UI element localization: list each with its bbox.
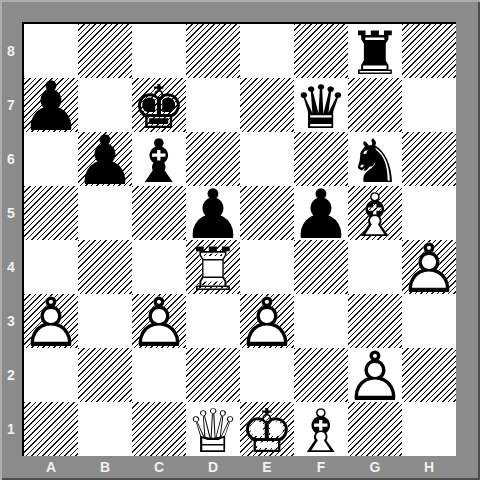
bishop-outline-glyph: ♗ bbox=[348, 188, 402, 242]
square-g5[interactable]: ♝♗ bbox=[348, 186, 402, 240]
bishop-fill-glyph: ♝ bbox=[294, 404, 348, 458]
square-b1[interactable] bbox=[78, 402, 132, 456]
square-e4[interactable] bbox=[240, 240, 294, 294]
pawn-fill-glyph: ♟ bbox=[402, 242, 456, 296]
pawn-outline-glyph: ♙ bbox=[402, 242, 456, 296]
king-outline-glyph: ♔ bbox=[240, 404, 294, 458]
square-c3[interactable]: ♟♙ bbox=[132, 294, 186, 348]
square-h1[interactable] bbox=[402, 402, 456, 456]
square-h7[interactable] bbox=[402, 78, 456, 132]
piece-white-queen[interactable]: ♛♕ bbox=[186, 402, 240, 456]
square-g7[interactable] bbox=[348, 78, 402, 132]
pawn-solid-glyph: ♟ bbox=[186, 188, 240, 242]
square-a1[interactable] bbox=[24, 402, 78, 456]
square-h2[interactable] bbox=[402, 348, 456, 402]
square-c5[interactable] bbox=[132, 186, 186, 240]
queen-outline-glyph: ♕ bbox=[186, 404, 240, 458]
square-c8[interactable] bbox=[132, 24, 186, 78]
square-d6[interactable] bbox=[186, 132, 240, 186]
pawn-solid-glyph: ♟ bbox=[78, 134, 132, 188]
pawn-outline-glyph: ♙ bbox=[132, 296, 186, 350]
square-h5[interactable] bbox=[402, 186, 456, 240]
file-labels: ABCDEFGH bbox=[24, 456, 456, 478]
square-g2[interactable]: ♟♙ bbox=[348, 348, 402, 402]
piece-white-bishop[interactable]: ♝♗ bbox=[294, 402, 348, 456]
square-h8[interactable] bbox=[402, 24, 456, 78]
pawn-fill-glyph: ♟ bbox=[132, 296, 186, 350]
square-f5[interactable]: ♟ bbox=[294, 186, 348, 240]
rank-label-7: 7 bbox=[0, 78, 22, 132]
pawn-fill-glyph: ♟ bbox=[24, 296, 78, 350]
piece-black-knight[interactable]: ♞ bbox=[348, 132, 402, 186]
king-solid-glyph: ♚ bbox=[132, 80, 186, 134]
chess-diagram-frame: 87654321 ABCDEFGH ♜♟♚♛♟♝♞♟♟♝♗♜♖♟♙♟♙♟♙♟♙♟… bbox=[0, 0, 480, 480]
piece-black-pawn[interactable]: ♟ bbox=[186, 186, 240, 240]
file-label-b: B bbox=[78, 456, 132, 478]
rank-label-8: 8 bbox=[0, 24, 22, 78]
square-g4[interactable] bbox=[348, 240, 402, 294]
square-d5[interactable]: ♟ bbox=[186, 186, 240, 240]
square-e7[interactable] bbox=[240, 78, 294, 132]
square-d7[interactable] bbox=[186, 78, 240, 132]
square-e1[interactable]: ♚♔ bbox=[240, 402, 294, 456]
file-label-e: E bbox=[240, 456, 294, 478]
pawn-solid-glyph: ♟ bbox=[294, 188, 348, 242]
pawn-fill-glyph: ♟ bbox=[240, 296, 294, 350]
square-a4[interactable] bbox=[24, 240, 78, 294]
square-a6[interactable] bbox=[24, 132, 78, 186]
square-d8[interactable] bbox=[186, 24, 240, 78]
piece-white-pawn[interactable]: ♟♙ bbox=[402, 240, 456, 294]
square-h4[interactable]: ♟♙ bbox=[402, 240, 456, 294]
file-label-g: G bbox=[348, 456, 402, 478]
square-c2[interactable] bbox=[132, 348, 186, 402]
square-h3[interactable] bbox=[402, 294, 456, 348]
piece-black-pawn[interactable]: ♟ bbox=[294, 186, 348, 240]
piece-white-bishop[interactable]: ♝♗ bbox=[348, 186, 402, 240]
square-f3[interactable] bbox=[294, 294, 348, 348]
file-label-f: F bbox=[294, 456, 348, 478]
square-c6[interactable]: ♝ bbox=[132, 132, 186, 186]
square-f7[interactable]: ♛ bbox=[294, 78, 348, 132]
piece-white-pawn[interactable]: ♟♙ bbox=[240, 294, 294, 348]
square-e6[interactable] bbox=[240, 132, 294, 186]
square-d1[interactable]: ♛♕ bbox=[186, 402, 240, 456]
bishop-solid-glyph: ♝ bbox=[132, 134, 186, 188]
piece-white-king[interactable]: ♚♔ bbox=[240, 402, 294, 456]
square-a8[interactable] bbox=[24, 24, 78, 78]
square-a7[interactable]: ♟ bbox=[24, 78, 78, 132]
piece-white-pawn[interactable]: ♟♙ bbox=[24, 294, 78, 348]
piece-white-pawn[interactable]: ♟♙ bbox=[348, 348, 402, 402]
rook-solid-glyph: ♜ bbox=[348, 26, 402, 80]
square-h6[interactable] bbox=[402, 132, 456, 186]
square-f2[interactable] bbox=[294, 348, 348, 402]
rook-fill-glyph: ♜ bbox=[186, 242, 240, 296]
piece-white-pawn[interactable]: ♟♙ bbox=[132, 294, 186, 348]
file-label-d: D bbox=[186, 456, 240, 478]
rank-label-4: 4 bbox=[0, 240, 22, 294]
square-g6[interactable]: ♞ bbox=[348, 132, 402, 186]
king-fill-glyph: ♚ bbox=[240, 404, 294, 458]
square-e2[interactable] bbox=[240, 348, 294, 402]
piece-black-king[interactable]: ♚ bbox=[132, 78, 186, 132]
square-b3[interactable] bbox=[78, 294, 132, 348]
square-c1[interactable] bbox=[132, 402, 186, 456]
piece-black-bishop[interactable]: ♝ bbox=[132, 132, 186, 186]
square-f8[interactable] bbox=[294, 24, 348, 78]
square-e8[interactable] bbox=[240, 24, 294, 78]
file-label-c: C bbox=[132, 456, 186, 478]
square-e5[interactable] bbox=[240, 186, 294, 240]
rank-label-6: 6 bbox=[0, 132, 22, 186]
pawn-outline-glyph: ♙ bbox=[24, 296, 78, 350]
square-g3[interactable] bbox=[348, 294, 402, 348]
piece-black-pawn[interactable]: ♟ bbox=[24, 78, 78, 132]
bishop-fill-glyph: ♝ bbox=[348, 188, 402, 242]
square-d3[interactable] bbox=[186, 294, 240, 348]
piece-black-rook[interactable]: ♜ bbox=[348, 24, 402, 78]
square-c7[interactable]: ♚ bbox=[132, 78, 186, 132]
square-e3[interactable]: ♟♙ bbox=[240, 294, 294, 348]
pawn-outline-glyph: ♙ bbox=[240, 296, 294, 350]
square-f6[interactable] bbox=[294, 132, 348, 186]
piece-black-queen[interactable]: ♛ bbox=[294, 78, 348, 132]
pawn-fill-glyph: ♟ bbox=[348, 350, 402, 404]
knight-solid-glyph: ♞ bbox=[348, 134, 402, 188]
rank-labels: 87654321 bbox=[0, 24, 22, 456]
square-d4[interactable]: ♜♖ bbox=[186, 240, 240, 294]
square-b2[interactable] bbox=[78, 348, 132, 402]
square-b7[interactable] bbox=[78, 78, 132, 132]
piece-black-pawn[interactable]: ♟ bbox=[78, 132, 132, 186]
square-g1[interactable] bbox=[348, 402, 402, 456]
pawn-solid-glyph: ♟ bbox=[24, 80, 78, 134]
square-b8[interactable] bbox=[78, 24, 132, 78]
queen-fill-glyph: ♛ bbox=[186, 404, 240, 458]
piece-white-rook[interactable]: ♜♖ bbox=[186, 240, 240, 294]
pawn-outline-glyph: ♙ bbox=[348, 350, 402, 404]
square-b6[interactable]: ♟ bbox=[78, 132, 132, 186]
rook-outline-glyph: ♖ bbox=[186, 242, 240, 296]
queen-solid-glyph: ♛ bbox=[294, 80, 348, 134]
rank-label-1: 1 bbox=[0, 402, 22, 456]
square-d2[interactable] bbox=[186, 348, 240, 402]
square-a5[interactable] bbox=[24, 186, 78, 240]
bishop-outline-glyph: ♗ bbox=[294, 404, 348, 458]
chess-board: ♜♟♚♛♟♝♞♟♟♝♗♜♖♟♙♟♙♟♙♟♙♟♙♛♕♚♔♝♗ bbox=[22, 22, 456, 456]
square-a2[interactable] bbox=[24, 348, 78, 402]
square-f1[interactable]: ♝♗ bbox=[294, 402, 348, 456]
rank-label-5: 5 bbox=[0, 186, 22, 240]
file-label-a: A bbox=[24, 456, 78, 478]
square-b4[interactable] bbox=[78, 240, 132, 294]
square-c4[interactable] bbox=[132, 240, 186, 294]
square-b5[interactable] bbox=[78, 186, 132, 240]
rank-label-3: 3 bbox=[0, 294, 22, 348]
square-g8[interactable]: ♜ bbox=[348, 24, 402, 78]
rank-label-2: 2 bbox=[0, 348, 22, 402]
file-label-h: H bbox=[402, 456, 456, 478]
square-f4[interactable] bbox=[294, 240, 348, 294]
square-a3[interactable]: ♟♙ bbox=[24, 294, 78, 348]
